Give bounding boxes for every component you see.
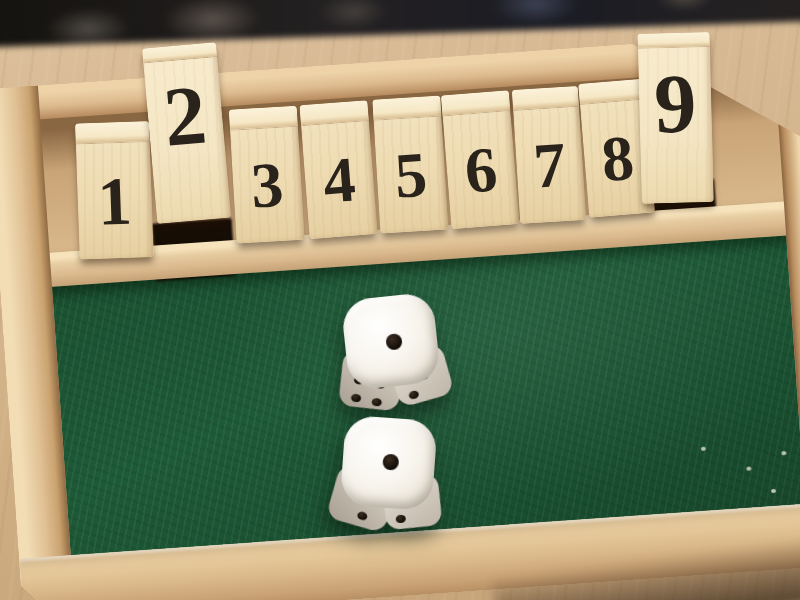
tile-4[interactable]: 4 — [299, 100, 377, 239]
tile-5-number: 5 — [374, 117, 449, 234]
tile-9-top-edge — [637, 32, 709, 49]
tile-1-top-edge — [75, 121, 150, 145]
tile-7[interactable]: 7 — [512, 86, 586, 224]
die-2[interactable] — [330, 412, 448, 533]
tile-4-number: 4 — [301, 121, 377, 239]
tile-2-top-edge — [142, 42, 217, 63]
die-1[interactable] — [332, 289, 453, 414]
pip — [372, 398, 383, 407]
pip — [408, 389, 420, 399]
scene: 1 2 3 4 5 6 7 — [0, 0, 800, 600]
die-2-top-face — [340, 415, 438, 511]
tile-7-number: 7 — [513, 107, 586, 224]
tile-3-number: 3 — [230, 127, 305, 244]
tile-5[interactable]: 5 — [372, 96, 448, 234]
tile-9[interactable]: 9 — [637, 32, 713, 204]
tile-3[interactable]: 3 — [229, 106, 305, 244]
die-1-pip — [385, 333, 403, 351]
tile-1-number: 1 — [76, 142, 154, 260]
tile-2[interactable]: 2 — [142, 42, 231, 224]
pip — [356, 510, 368, 520]
tile-9-number: 9 — [638, 61, 712, 147]
tile-6[interactable]: 6 — [441, 90, 520, 229]
pip — [350, 394, 361, 403]
pip — [395, 514, 406, 523]
tile-6-number: 6 — [443, 111, 520, 229]
die-1-top-face — [341, 292, 442, 391]
tile-1[interactable]: 1 — [75, 121, 154, 259]
tile-2-number: 2 — [145, 71, 226, 161]
die-2-pip — [382, 454, 399, 471]
